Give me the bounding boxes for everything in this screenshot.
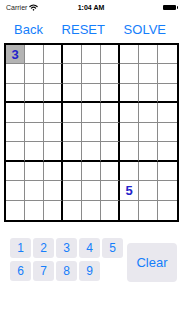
cell-r4c9[interactable]	[158, 103, 177, 122]
reset-button[interactable]: RESET	[62, 22, 105, 37]
cell-r4c1[interactable]	[6, 103, 25, 122]
cell-r7c5[interactable]	[82, 162, 101, 181]
cell-r6c8[interactable]	[139, 142, 158, 161]
cell-r1c6[interactable]	[101, 45, 120, 64]
cell-r9c7[interactable]	[120, 201, 139, 220]
cell-r6c7[interactable]	[120, 142, 139, 161]
cell-r8c8[interactable]	[139, 181, 158, 200]
cell-r8c7[interactable]: 5	[120, 181, 139, 200]
cell-r4c8[interactable]	[139, 103, 158, 122]
keypad-digit-1[interactable]: 1	[10, 238, 31, 258]
status-left: Carrier	[6, 4, 38, 11]
cell-r2c3[interactable]	[44, 64, 63, 83]
cell-r8c9[interactable]	[158, 181, 177, 200]
cell-r4c7[interactable]	[120, 103, 139, 122]
cell-r5c4[interactable]	[63, 123, 82, 142]
keypad-digit-3[interactable]: 3	[56, 238, 77, 258]
sudoku-board: 35	[4, 43, 179, 222]
keypad-digit-7[interactable]: 7	[33, 261, 54, 281]
cell-r3c8[interactable]	[139, 84, 158, 103]
cell-r3c6[interactable]	[101, 84, 120, 103]
status-time: 1:04 AM	[78, 4, 105, 11]
keypad-digit-6[interactable]: 6	[10, 261, 31, 281]
cell-r7c3[interactable]	[44, 162, 63, 181]
cell-r6c6[interactable]	[101, 142, 120, 161]
cell-r3c7[interactable]	[120, 84, 139, 103]
cell-r2c9[interactable]	[158, 64, 177, 83]
cell-r3c5[interactable]	[82, 84, 101, 103]
cell-r8c1[interactable]	[6, 181, 25, 200]
cell-r2c1[interactable]	[6, 64, 25, 83]
cell-r9c6[interactable]	[101, 201, 120, 220]
cell-r9c3[interactable]	[44, 201, 63, 220]
cell-r2c5[interactable]	[82, 64, 101, 83]
cell-r6c3[interactable]	[44, 142, 63, 161]
cell-r3c1[interactable]	[6, 84, 25, 103]
wifi-icon	[29, 4, 38, 11]
cell-r2c4[interactable]	[63, 64, 82, 83]
cell-r4c4[interactable]	[63, 103, 82, 122]
cell-r8c5[interactable]	[82, 181, 101, 200]
cell-r9c9[interactable]	[158, 201, 177, 220]
cell-r5c9[interactable]	[158, 123, 177, 142]
carrier-label: Carrier	[6, 4, 27, 11]
cell-r6c5[interactable]	[82, 142, 101, 161]
cell-r4c2[interactable]	[25, 103, 44, 122]
cell-r3c4[interactable]	[63, 84, 82, 103]
cell-r9c5[interactable]	[82, 201, 101, 220]
sudoku-app-screen: Carrier 1:04 AM Back RESET SOLVE 35 1234…	[0, 0, 182, 323]
cell-r3c3[interactable]	[44, 84, 63, 103]
cell-r1c5[interactable]	[82, 45, 101, 64]
cell-r2c6[interactable]	[101, 64, 120, 83]
cell-r2c8[interactable]	[139, 64, 158, 83]
cell-r8c4[interactable]	[63, 181, 82, 200]
cell-r1c2[interactable]	[25, 45, 44, 64]
cell-r1c9[interactable]	[158, 45, 177, 64]
cell-r4c5[interactable]	[82, 103, 101, 122]
keypad-digit-2[interactable]: 2	[33, 238, 54, 258]
cell-r7c4[interactable]	[63, 162, 82, 181]
cell-r1c7[interactable]	[120, 45, 139, 64]
cell-r5c8[interactable]	[139, 123, 158, 142]
cell-r5c3[interactable]	[44, 123, 63, 142]
keypad-digit-4[interactable]: 4	[79, 238, 100, 258]
cell-r3c2[interactable]	[25, 84, 44, 103]
cell-r5c5[interactable]	[82, 123, 101, 142]
cell-r8c3[interactable]	[44, 181, 63, 200]
cell-r5c2[interactable]	[25, 123, 44, 142]
cell-r8c2[interactable]	[25, 181, 44, 200]
cell-r9c1[interactable]	[6, 201, 25, 220]
cell-r7c8[interactable]	[139, 162, 158, 181]
cell-r5c7[interactable]	[120, 123, 139, 142]
cell-r5c6[interactable]	[101, 123, 120, 142]
solve-button[interactable]: SOLVE	[124, 22, 166, 37]
cell-r7c1[interactable]	[6, 162, 25, 181]
battery-icon	[163, 5, 176, 10]
cell-r6c9[interactable]	[158, 142, 177, 161]
cell-r1c4[interactable]	[63, 45, 82, 64]
cell-r9c2[interactable]	[25, 201, 44, 220]
cell-r1c8[interactable]	[139, 45, 158, 64]
keypad-digit-9[interactable]: 9	[79, 261, 100, 281]
status-bar: Carrier 1:04 AM	[0, 0, 182, 14]
cell-r6c2[interactable]	[25, 142, 44, 161]
cell-r2c2[interactable]	[25, 64, 44, 83]
keypad-digit-8[interactable]: 8	[56, 261, 77, 281]
cell-r1c1[interactable]: 3	[6, 45, 25, 64]
cell-r6c4[interactable]	[63, 142, 82, 161]
number-keypad: 123456789	[10, 238, 125, 281]
cell-r9c4[interactable]	[63, 201, 82, 220]
cell-r5c1[interactable]	[6, 123, 25, 142]
cell-r7c2[interactable]	[25, 162, 44, 181]
cell-r2c7[interactable]	[120, 64, 139, 83]
cell-r7c7[interactable]	[120, 162, 139, 181]
cell-r4c3[interactable]	[44, 103, 63, 122]
keypad-digit-5[interactable]: 5	[102, 238, 123, 258]
cell-r4c6[interactable]	[101, 103, 120, 122]
cell-r8c6[interactable]	[101, 181, 120, 200]
back-button[interactable]: Back	[14, 22, 43, 37]
cell-r7c6[interactable]	[101, 162, 120, 181]
cell-r7c9[interactable]	[158, 162, 177, 181]
toolbar: Back RESET SOLVE	[0, 19, 182, 40]
cell-r1c3[interactable]	[44, 45, 63, 64]
cell-r9c8[interactable]	[139, 201, 158, 220]
clear-button[interactable]: Clear	[127, 243, 177, 282]
cell-r3c9[interactable]	[158, 84, 177, 103]
cell-r6c1[interactable]	[6, 142, 25, 161]
